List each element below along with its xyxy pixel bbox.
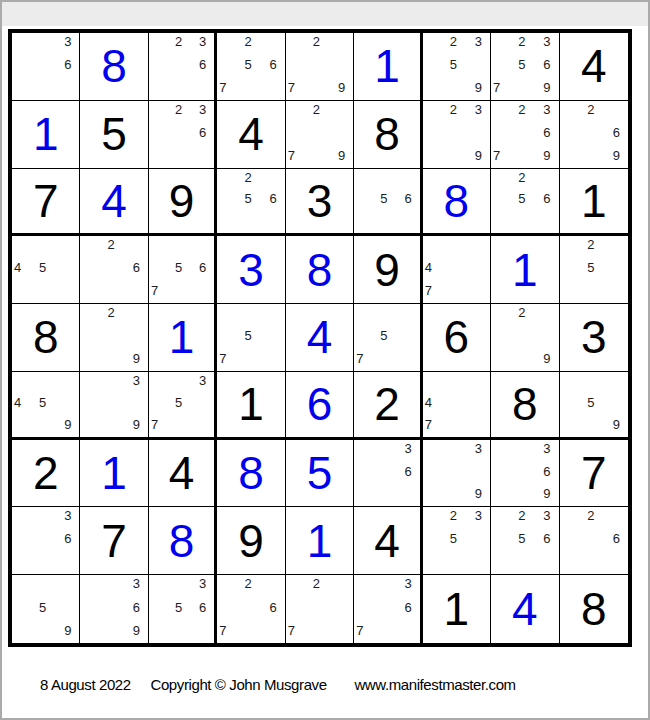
pencil-mark: 9 — [601, 142, 620, 162]
pencil-mark: 5 — [238, 189, 257, 208]
pencil-mark: 5 — [169, 393, 187, 412]
pencil-mark: 3 — [121, 577, 140, 597]
pencil-marks: 36 — [354, 440, 419, 507]
pencil-marks: 269 — [560, 101, 628, 168]
pencil-mark: 7 — [151, 412, 169, 431]
given-digit: 7 — [560, 440, 628, 507]
given-digit: 5 — [80, 101, 147, 168]
cell-r2c6[interactable]: 8 — [354, 101, 422, 169]
pencil-marks: 47 — [423, 372, 490, 437]
pencil-marks: 369 — [80, 575, 147, 643]
given-digit: 8 — [12, 304, 79, 371]
pencil-mark: 2 — [581, 238, 600, 258]
cell-r9c3[interactable]: 356 — [149, 575, 217, 643]
given-digit: 1 — [423, 575, 490, 643]
cell-r3c4[interactable]: 256 — [217, 169, 285, 237]
cell-r2c1[interactable]: 1 — [12, 101, 80, 169]
solved-digit: 1 — [12, 101, 79, 168]
cell-r3c9[interactable]: 1 — [560, 169, 628, 237]
pencil-mark: 7 — [151, 278, 169, 298]
pencil-mark: 9 — [601, 412, 620, 431]
solved-digit: 3 — [217, 236, 284, 303]
pencil-marks: 256 — [491, 169, 558, 234]
cell-r8c8[interactable]: 2356 — [491, 507, 559, 575]
pencil-mark: 6 — [393, 597, 411, 617]
solved-digit: 6 — [286, 372, 353, 437]
cell-r2c3[interactable]: 236 — [149, 101, 217, 169]
pencil-mark: 2 — [238, 35, 257, 55]
cell-r7c4[interactable]: 8 — [217, 440, 285, 508]
pencil-mark: 6 — [188, 122, 206, 142]
pencil-mark: 2 — [169, 103, 187, 123]
cell-r5c8[interactable]: 29 — [491, 304, 559, 372]
pencil-mark: 3 — [52, 35, 71, 55]
given-digit: 8 — [354, 101, 419, 168]
pencil-marks: 59 — [560, 372, 628, 437]
pencil-mark: 9 — [326, 142, 345, 162]
pencil-mark: 5 — [238, 55, 257, 75]
pencil-mark: 6 — [393, 461, 411, 481]
pencil-mark: 9 — [121, 345, 140, 365]
pencil-marks: 47 — [423, 236, 490, 303]
cell-r1c5[interactable]: 279 — [286, 33, 354, 101]
pencil-mark: 5 — [512, 189, 531, 208]
pencil-marks: 25 — [560, 236, 628, 303]
cell-r3c7[interactable]: 8 — [423, 169, 491, 237]
pencil-mark: 2 — [512, 103, 531, 123]
cell-r9c8[interactable]: 4 — [491, 575, 559, 643]
pencil-mark: 6 — [531, 122, 550, 142]
pencil-mark: 6 — [531, 189, 550, 208]
given-digit: 2 — [354, 372, 419, 437]
pencil-mark: 3 — [463, 103, 482, 123]
page: 3682362567279123592356794152364279823923… — [0, 0, 650, 720]
cell-r6c5[interactable]: 6 — [286, 372, 354, 440]
cell-r5c5[interactable]: 4 — [286, 304, 354, 372]
cell-r3c8[interactable]: 256 — [491, 169, 559, 237]
pencil-mark: 6 — [258, 55, 277, 75]
pencil-mark: 2 — [581, 509, 600, 529]
cell-r2c2[interactable]: 5 — [80, 101, 148, 169]
cell-r7c9[interactable]: 7 — [560, 440, 628, 508]
solved-digit: 1 — [491, 236, 558, 303]
cell-r1c8[interactable]: 235679 — [491, 33, 559, 101]
pencil-marks: 367 — [354, 575, 419, 643]
pencil-mark: 7 — [425, 278, 444, 298]
pencil-marks: 2359 — [423, 33, 490, 100]
cell-r1c6[interactable]: 1 — [354, 33, 422, 101]
pencil-mark: 6 — [601, 122, 620, 142]
pencil-mark: 9 — [52, 412, 71, 431]
pencil-mark: 9 — [463, 74, 482, 94]
cell-r5c3[interactable]: 1 — [149, 304, 217, 372]
footer: 8 August 2022 Copyright © John Musgrave … — [40, 676, 516, 693]
cell-r6c1[interactable]: 459 — [12, 372, 80, 440]
given-digit: 1 — [217, 372, 284, 437]
cell-r7c1[interactable]: 2 — [12, 440, 80, 508]
pencil-marks: 357 — [149, 372, 214, 437]
pencil-mark: 4 — [14, 258, 33, 278]
pencil-mark: 3 — [463, 35, 482, 55]
solved-digit: 1 — [149, 304, 214, 371]
pencil-mark: 9 — [463, 142, 482, 162]
pencil-mark: 2 — [102, 306, 121, 326]
pencil-mark: 7 — [493, 74, 512, 94]
cell-r3c5[interactable]: 3 — [286, 169, 354, 237]
cell-r4c2[interactable]: 26 — [80, 236, 148, 304]
cell-r9c9[interactable]: 8 — [560, 575, 628, 643]
cell-r8c6[interactable]: 4 — [354, 507, 422, 575]
pencil-mark: 6 — [393, 189, 411, 208]
pencil-mark: 2 — [444, 509, 463, 529]
pencil-mark: 9 — [531, 481, 550, 501]
pencil-mark: 6 — [531, 461, 550, 481]
pencil-mark: 9 — [531, 345, 550, 365]
pencil-mark: 2 — [307, 103, 326, 123]
pencil-marks: 279 — [286, 101, 353, 168]
pencil-mark: 5 — [581, 258, 600, 278]
pencil-mark: 5 — [512, 529, 531, 549]
cell-r1c7[interactable]: 2359 — [423, 33, 491, 101]
footer-website: www.manifestmaster.com — [354, 676, 515, 693]
pencil-marks: 39 — [80, 372, 147, 437]
pencil-mark: 3 — [531, 442, 550, 462]
solved-digit: 1 — [286, 507, 353, 574]
pencil-mark: 6 — [531, 55, 550, 75]
solved-digit: 1 — [80, 440, 147, 507]
given-digit: 3 — [286, 169, 353, 234]
cell-r9c4[interactable]: 267 — [217, 575, 285, 643]
solved-digit: 8 — [423, 169, 490, 234]
pencil-mark: 9 — [531, 74, 550, 94]
pencil-marks: 256 — [217, 169, 284, 234]
cell-r3c6[interactable]: 56 — [354, 169, 422, 237]
pencil-mark: 2 — [238, 171, 257, 190]
given-digit: 8 — [560, 575, 628, 643]
pencil-mark: 7 — [219, 74, 238, 94]
pencil-mark: 5 — [444, 529, 463, 549]
pencil-marks: 45 — [12, 236, 79, 303]
pencil-mark: 3 — [531, 35, 550, 55]
cell-r8c5[interactable]: 1 — [286, 507, 354, 575]
pencil-marks: 26 — [560, 507, 628, 574]
pencil-marks: 27 — [286, 575, 353, 643]
cell-r8c7[interactable]: 235 — [423, 507, 491, 575]
cell-r4c3[interactable]: 567 — [149, 236, 217, 304]
pencil-marks: 356 — [149, 575, 214, 643]
pencil-marks: 36 — [12, 507, 79, 574]
pencil-mark: 6 — [121, 597, 140, 617]
footer-copyright: Copyright © John Musgrave — [151, 676, 327, 693]
cell-r2c5[interactable]: 279 — [286, 101, 354, 169]
cell-r4c9[interactable]: 25 — [560, 236, 628, 304]
pencil-mark: 6 — [188, 597, 206, 617]
cell-r7c3[interactable]: 4 — [149, 440, 217, 508]
pencil-marks: 459 — [12, 372, 79, 437]
cell-r5c4[interactable]: 57 — [217, 304, 285, 372]
pencil-mark: 2 — [581, 103, 600, 123]
given-digit: 4 — [560, 33, 628, 100]
pencil-mark: 3 — [188, 103, 206, 123]
pencil-mark: 7 — [356, 345, 374, 365]
cell-r3c2[interactable]: 4 — [80, 169, 148, 237]
pencil-marks: 56 — [354, 169, 419, 234]
solved-digit: 8 — [217, 440, 284, 507]
pencil-mark: 6 — [121, 258, 140, 278]
pencil-mark: 9 — [121, 412, 140, 431]
cell-r6c3[interactable]: 357 — [149, 372, 217, 440]
pencil-mark: 7 — [356, 617, 374, 637]
pencil-marks: 23679 — [491, 101, 558, 168]
given-digit: 6 — [423, 304, 490, 371]
pencil-marks: 26 — [80, 236, 147, 303]
pencil-mark: 6 — [188, 55, 206, 75]
pencil-mark: 3 — [393, 577, 411, 597]
cell-r9c6[interactable]: 367 — [354, 575, 422, 643]
cell-r5c9[interactable]: 3 — [560, 304, 628, 372]
solved-digit: 8 — [149, 507, 214, 574]
solved-digit: 8 — [80, 33, 147, 100]
cell-r8c9[interactable]: 26 — [560, 507, 628, 575]
pencil-mark: 3 — [393, 442, 411, 462]
pencil-mark: 3 — [531, 103, 550, 123]
cell-r1c4[interactable]: 2567 — [217, 33, 285, 101]
given-digit: 4 — [217, 101, 284, 168]
cell-r7c6[interactable]: 36 — [354, 440, 422, 508]
pencil-mark: 7 — [288, 142, 307, 162]
cell-r2c9[interactable]: 269 — [560, 101, 628, 169]
pencil-marks: 57 — [217, 304, 284, 371]
given-digit: 2 — [12, 440, 79, 507]
pencil-mark: 2 — [444, 103, 463, 123]
cell-r4c1[interactable]: 45 — [12, 236, 80, 304]
cell-r9c7[interactable]: 1 — [423, 575, 491, 643]
cell-r3c3[interactable]: 9 — [149, 169, 217, 237]
pencil-marks: 239 — [423, 101, 490, 168]
sudoku-grid: 3682362567279123592356794152364279823923… — [8, 29, 632, 647]
pencil-mark: 3 — [188, 577, 206, 597]
pencil-marks: 36 — [12, 33, 79, 100]
cell-r8c2[interactable]: 7 — [80, 507, 148, 575]
cell-r7c8[interactable]: 369 — [491, 440, 559, 508]
pencil-marks: 2567 — [217, 33, 284, 100]
pencil-marks: 267 — [217, 575, 284, 643]
cell-r4c5[interactable]: 8 — [286, 236, 354, 304]
pencil-mark: 7 — [493, 142, 512, 162]
pencil-mark: 3 — [52, 509, 71, 529]
given-digit: 3 — [560, 304, 628, 371]
cell-r2c7[interactable]: 239 — [423, 101, 491, 169]
cell-r1c3[interactable]: 236 — [149, 33, 217, 101]
given-digit: 9 — [217, 507, 284, 574]
cell-r7c7[interactable]: 39 — [423, 440, 491, 508]
cell-r8c4[interactable]: 9 — [217, 507, 285, 575]
pencil-marks: 29 — [80, 304, 147, 371]
cell-r6c2[interactable]: 39 — [80, 372, 148, 440]
given-digit: 7 — [80, 507, 147, 574]
solved-digit: 5 — [286, 440, 353, 507]
cell-r4c6[interactable]: 9 — [354, 236, 422, 304]
pencil-mark: 2 — [169, 35, 187, 55]
pencil-mark: 5 — [33, 597, 52, 617]
pencil-marks: 567 — [149, 236, 214, 303]
cell-r1c9[interactable]: 4 — [560, 33, 628, 101]
given-digit: 9 — [354, 236, 419, 303]
cell-r6c7[interactable]: 47 — [423, 372, 491, 440]
footer-date: 8 August 2022 — [40, 676, 131, 693]
cell-r9c1[interactable]: 59 — [12, 575, 80, 643]
cell-r6c4[interactable]: 1 — [217, 372, 285, 440]
cell-r2c8[interactable]: 23679 — [491, 101, 559, 169]
pencil-mark: 5 — [33, 258, 52, 278]
pencil-mark: 6 — [52, 55, 71, 75]
pencil-mark: 3 — [463, 442, 482, 462]
pencil-mark: 5 — [375, 189, 393, 208]
pencil-mark: 6 — [601, 529, 620, 549]
cell-r8c3[interactable]: 8 — [149, 507, 217, 575]
cell-r5c6[interactable]: 57 — [354, 304, 422, 372]
pencil-mark: 5 — [169, 258, 187, 278]
pencil-mark: 9 — [463, 481, 482, 501]
pencil-mark: 6 — [258, 597, 277, 617]
pencil-mark: 6 — [52, 529, 71, 549]
pencil-marks: 236 — [149, 33, 214, 100]
cell-r6c6[interactable]: 2 — [354, 372, 422, 440]
cell-r6c8[interactable]: 8 — [491, 372, 559, 440]
cell-r2c4[interactable]: 4 — [217, 101, 285, 169]
pencil-mark: 4 — [425, 258, 444, 278]
pencil-mark: 2 — [444, 35, 463, 55]
cell-r3c1[interactable]: 7 — [12, 169, 80, 237]
cell-r9c5[interactable]: 27 — [286, 575, 354, 643]
given-digit: 7 — [12, 169, 79, 234]
cell-r8c1[interactable]: 36 — [12, 507, 80, 575]
pencil-mark: 3 — [188, 35, 206, 55]
pencil-marks: 235679 — [491, 33, 558, 100]
pencil-mark: 5 — [512, 55, 531, 75]
cell-r4c8[interactable]: 1 — [491, 236, 559, 304]
cell-r7c5[interactable]: 5 — [286, 440, 354, 508]
pencil-mark: 5 — [375, 326, 393, 346]
solved-digit: 4 — [80, 169, 147, 234]
pencil-marks: 39 — [423, 440, 490, 507]
pencil-mark: 2 — [512, 171, 531, 190]
pencil-mark: 9 — [121, 617, 140, 637]
cell-r7c2[interactable]: 1 — [80, 440, 148, 508]
cell-r5c7[interactable]: 6 — [423, 304, 491, 372]
pencil-mark: 6 — [188, 258, 206, 278]
pencil-mark: 3 — [463, 509, 482, 529]
pencil-mark: 4 — [14, 393, 33, 412]
given-digit: 1 — [560, 169, 628, 234]
pencil-marks: 235 — [423, 507, 490, 574]
pencil-mark: 7 — [219, 345, 238, 365]
pencil-mark: 6 — [531, 529, 550, 549]
cell-r1c1[interactable]: 36 — [12, 33, 80, 101]
solved-digit: 4 — [286, 304, 353, 371]
pencil-mark: 2 — [307, 577, 326, 597]
pencil-mark: 4 — [425, 393, 444, 412]
pencil-mark: 2 — [238, 577, 257, 597]
solved-digit: 1 — [354, 33, 419, 100]
pencil-mark: 5 — [33, 393, 52, 412]
pencil-marks: 57 — [354, 304, 419, 371]
cell-r5c2[interactable]: 29 — [80, 304, 148, 372]
pencil-mark: 3 — [121, 374, 140, 393]
cell-r4c4[interactable]: 3 — [217, 236, 285, 304]
pencil-mark: 5 — [238, 326, 257, 346]
cell-r1c2[interactable]: 8 — [80, 33, 148, 101]
pencil-mark: 7 — [288, 74, 307, 94]
cell-r9c2[interactable]: 369 — [80, 575, 148, 643]
pencil-marks: 236 — [149, 101, 214, 168]
cell-r6c9[interactable]: 59 — [560, 372, 628, 440]
pencil-mark: 2 — [512, 509, 531, 529]
pencil-mark: 5 — [169, 597, 187, 617]
pencil-mark: 6 — [258, 189, 277, 208]
pencil-marks: 2356 — [491, 507, 558, 574]
solved-digit: 8 — [286, 236, 353, 303]
pencil-mark: 2 — [102, 238, 121, 258]
pencil-mark: 2 — [307, 35, 326, 55]
pencil-mark: 3 — [188, 374, 206, 393]
pencil-mark: 7 — [288, 617, 307, 637]
pencil-marks: 29 — [491, 304, 558, 371]
given-digit: 4 — [354, 507, 419, 574]
cell-r5c1[interactable]: 8 — [12, 304, 80, 372]
pencil-mark: 5 — [581, 393, 600, 412]
pencil-mark: 9 — [326, 74, 345, 94]
top-strip — [2, 2, 648, 26]
given-digit: 9 — [149, 169, 214, 234]
pencil-mark: 3 — [531, 509, 550, 529]
pencil-marks: 369 — [491, 440, 558, 507]
pencil-marks: 59 — [12, 575, 79, 643]
pencil-mark: 5 — [444, 55, 463, 75]
pencil-mark: 2 — [512, 35, 531, 55]
given-digit: 8 — [491, 372, 558, 437]
given-digit: 4 — [149, 440, 214, 507]
pencil-marks: 279 — [286, 33, 353, 100]
solved-digit: 4 — [491, 575, 558, 643]
pencil-mark: 2 — [512, 306, 531, 326]
cell-r4c7[interactable]: 47 — [423, 236, 491, 304]
pencil-mark: 7 — [219, 617, 238, 637]
pencil-mark: 7 — [425, 412, 444, 431]
pencil-mark: 9 — [52, 617, 71, 637]
pencil-mark: 9 — [531, 142, 550, 162]
